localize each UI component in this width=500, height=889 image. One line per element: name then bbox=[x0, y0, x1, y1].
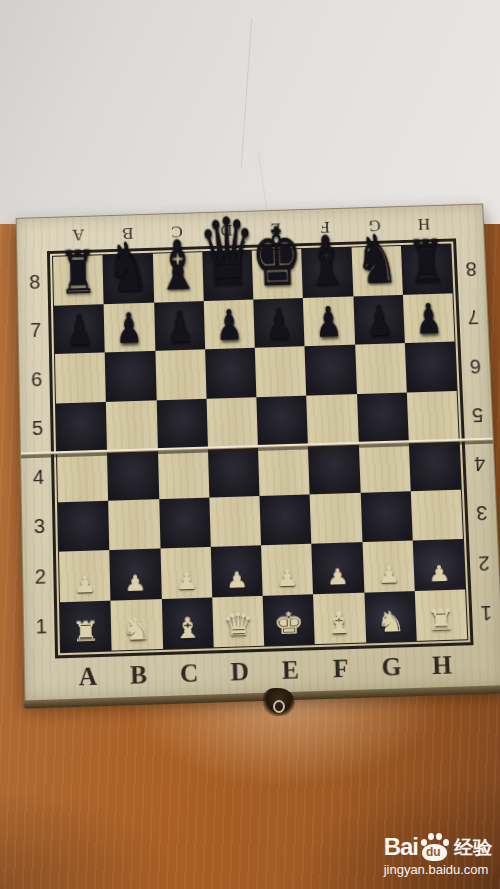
square-a7: ♟ bbox=[54, 304, 105, 354]
file-label-bottom-e: E bbox=[264, 651, 316, 689]
piece-black-king-e8: ♚ bbox=[250, 215, 304, 298]
watermark-url: jingyan.baidu.com bbox=[384, 862, 492, 877]
piece-black-pawn-h7: ♟ bbox=[415, 298, 443, 341]
watermark-cn-text: 经验 bbox=[454, 835, 492, 861]
square-f2: ♟ bbox=[312, 542, 364, 594]
square-h6 bbox=[405, 342, 457, 393]
rank-label-right-6: 6 bbox=[460, 341, 490, 391]
piece-white-pawn-f2: ♟ bbox=[326, 565, 349, 587]
square-a6 bbox=[55, 352, 106, 403]
piece-white-pawn-b2: ♟ bbox=[124, 572, 147, 594]
piece-white-rook-a1: ♜ bbox=[72, 618, 101, 646]
square-d4 bbox=[208, 446, 260, 497]
square-b1: ♞ bbox=[111, 599, 163, 651]
square-g1: ♞ bbox=[364, 591, 417, 643]
piece-white-knight-g1: ♞ bbox=[375, 607, 405, 636]
square-h5 bbox=[407, 390, 459, 441]
rank-label-right-5: 5 bbox=[463, 390, 493, 440]
rank-label-right-2: 2 bbox=[469, 537, 499, 588]
square-b3 bbox=[108, 499, 160, 550]
piece-black-queen-d8: ♛ bbox=[197, 205, 258, 299]
watermark-bai-text: Bai bbox=[384, 833, 418, 861]
square-d5 bbox=[206, 397, 258, 448]
square-h7: ♟ bbox=[403, 293, 455, 343]
rank-label-right-8: 8 bbox=[456, 244, 486, 293]
piece-black-pawn-f7: ♟ bbox=[315, 301, 343, 344]
piece-black-pawn-a7: ♟ bbox=[66, 309, 93, 352]
clasp-ring bbox=[273, 700, 285, 713]
rank-label-right-3: 3 bbox=[467, 488, 497, 538]
rank-label-left-8: 8 bbox=[20, 258, 49, 307]
rank-label-left-6: 6 bbox=[22, 355, 51, 405]
square-a3 bbox=[58, 500, 110, 551]
square-e1: ♚ bbox=[263, 594, 315, 646]
rank-label-left-1: 1 bbox=[27, 601, 56, 652]
square-a8: ♜ bbox=[53, 255, 104, 305]
piece-white-pawn-d2: ♟ bbox=[225, 569, 248, 591]
square-g2: ♟ bbox=[362, 541, 414, 593]
square-d2: ♟ bbox=[211, 545, 263, 597]
piece-black-rook-a8: ♜ bbox=[59, 243, 98, 303]
rank-label-left-7: 7 bbox=[21, 306, 50, 355]
square-a1: ♜ bbox=[60, 600, 112, 652]
piece-white-pawn-c2: ♟ bbox=[175, 570, 198, 592]
square-h3 bbox=[410, 489, 462, 540]
piece-black-pawn-d7: ♟ bbox=[215, 304, 243, 347]
square-c4 bbox=[157, 448, 209, 499]
piece-black-bishop-c8: ♝ bbox=[155, 231, 200, 300]
piece-white-pawn-a2: ♟ bbox=[74, 573, 97, 595]
file-label-bottom-h: H bbox=[416, 646, 468, 684]
rank-label-left-3: 3 bbox=[25, 502, 54, 552]
square-f1: ♝ bbox=[313, 592, 365, 644]
file-label-bottom-f: F bbox=[315, 650, 367, 688]
piece-black-pawn-e7: ♟ bbox=[265, 303, 293, 346]
square-g3 bbox=[360, 491, 412, 542]
square-g6 bbox=[355, 343, 407, 394]
square-d1: ♛ bbox=[212, 595, 264, 647]
square-e6 bbox=[255, 346, 307, 397]
piece-black-bishop-f8: ♝ bbox=[304, 226, 349, 295]
piece-black-pawn-g7: ♟ bbox=[365, 300, 393, 343]
piece-black-pawn-b7: ♟ bbox=[116, 307, 143, 350]
square-e8: ♚ bbox=[252, 249, 303, 299]
square-b6 bbox=[105, 351, 156, 402]
rank-label-left-4: 4 bbox=[24, 452, 53, 502]
square-h4 bbox=[409, 440, 461, 491]
square-f3 bbox=[310, 492, 362, 543]
square-e4 bbox=[258, 444, 310, 495]
square-f4 bbox=[308, 443, 360, 494]
piece-black-knight-b8: ♞ bbox=[106, 232, 151, 301]
wall-crack bbox=[258, 150, 267, 210]
file-label-bottom-g: G bbox=[365, 648, 417, 686]
rank-label-right-7: 7 bbox=[458, 293, 488, 342]
piece-white-king-e1: ♚ bbox=[273, 609, 305, 639]
file-label-bottom-d: D bbox=[214, 653, 266, 691]
square-e2: ♟ bbox=[261, 544, 313, 596]
piece-white-knight-b1: ♞ bbox=[122, 615, 152, 644]
piece-white-pawn-g2: ♟ bbox=[377, 564, 400, 586]
rank-label-right-1: 1 bbox=[471, 587, 500, 638]
rank-label-left-2: 2 bbox=[26, 551, 55, 602]
baidu-jingyan-watermark: Bai du 经验 jingyan.baidu.com bbox=[384, 833, 492, 877]
square-b7: ♟ bbox=[104, 302, 155, 352]
square-f8: ♝ bbox=[301, 248, 352, 298]
square-f7: ♟ bbox=[303, 296, 355, 346]
square-c6 bbox=[155, 349, 206, 400]
square-h8: ♜ bbox=[401, 244, 453, 294]
chess-board: ABCDEFGH ABCDEFGH 87654321 87654321 ♜♞♝♛… bbox=[16, 203, 500, 701]
square-d8: ♛ bbox=[202, 251, 253, 301]
square-c5 bbox=[156, 398, 208, 449]
rank-label-right-4: 4 bbox=[465, 439, 495, 489]
square-a5 bbox=[56, 401, 107, 452]
file-label-bottom-b: B bbox=[113, 656, 165, 694]
photo-scene: ABCDEFGH ABCDEFGH 87654321 87654321 ♜♞♝♛… bbox=[0, 0, 500, 889]
watermark-du-text: du bbox=[426, 845, 441, 859]
square-e5 bbox=[256, 395, 308, 446]
piece-white-bishop-c1: ♝ bbox=[172, 614, 202, 643]
square-e3 bbox=[259, 494, 311, 545]
square-c7: ♟ bbox=[154, 301, 205, 351]
square-d3 bbox=[209, 495, 261, 546]
square-c8: ♝ bbox=[152, 252, 203, 302]
board-clasp bbox=[263, 688, 295, 716]
square-c1: ♝ bbox=[161, 597, 213, 649]
piece-black-knight-g8: ♞ bbox=[354, 225, 399, 294]
square-h2: ♟ bbox=[412, 539, 465, 591]
square-g8: ♞ bbox=[351, 246, 403, 296]
piece-white-pawn-e2: ♟ bbox=[276, 567, 299, 589]
square-b8: ♞ bbox=[103, 254, 154, 304]
rank-label-left-5: 5 bbox=[23, 403, 52, 453]
square-a4 bbox=[57, 451, 108, 502]
square-f6 bbox=[305, 345, 357, 396]
square-c3 bbox=[159, 497, 211, 548]
square-b4 bbox=[107, 449, 159, 500]
square-g5 bbox=[356, 392, 408, 443]
piece-white-rook-h1: ♜ bbox=[426, 607, 455, 635]
square-c2: ♟ bbox=[160, 547, 212, 599]
square-d6 bbox=[205, 348, 256, 399]
square-a2: ♟ bbox=[59, 550, 111, 602]
piece-white-pawn-h2: ♟ bbox=[428, 562, 451, 584]
piece-black-rook-h8: ♜ bbox=[406, 232, 446, 292]
piece-white-queen-d1: ♛ bbox=[222, 611, 254, 641]
square-b5 bbox=[106, 400, 157, 451]
piece-black-pawn-c7: ♟ bbox=[166, 306, 194, 349]
square-e7: ♟ bbox=[253, 297, 304, 347]
file-label-bottom-c: C bbox=[163, 654, 215, 692]
square-g7: ♟ bbox=[353, 294, 405, 344]
square-g4 bbox=[358, 441, 410, 492]
square-b2: ♟ bbox=[110, 548, 162, 600]
square-h1: ♜ bbox=[414, 589, 467, 641]
baidu-paw-icon: du bbox=[420, 833, 450, 861]
square-f5 bbox=[306, 394, 358, 445]
wall-crack bbox=[241, 18, 252, 168]
piece-white-bishop-f1: ♝ bbox=[325, 609, 355, 638]
file-label-bottom-a: A bbox=[62, 658, 113, 696]
